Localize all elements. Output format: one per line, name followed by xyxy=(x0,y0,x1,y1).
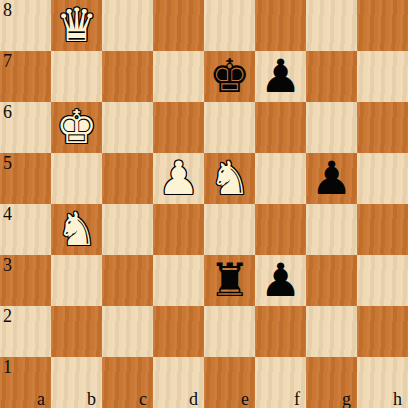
square-c4[interactable] xyxy=(102,204,153,255)
square-d8[interactable] xyxy=(153,0,204,51)
white-pawn-d5[interactable]: ♟ xyxy=(153,153,204,204)
square-b3[interactable] xyxy=(51,255,102,306)
black-king-e7[interactable]: ♚ xyxy=(204,51,255,102)
square-a5[interactable]: 5 xyxy=(0,153,51,204)
square-c2[interactable] xyxy=(102,306,153,357)
white-king-b6[interactable]: ♚ xyxy=(51,102,102,153)
rank-label-2: 2 xyxy=(3,307,12,325)
square-f2[interactable] xyxy=(255,306,306,357)
square-d2[interactable] xyxy=(153,306,204,357)
square-b6[interactable]: ♚ xyxy=(51,102,102,153)
black-pawn-g5[interactable]: ♟ xyxy=(306,153,357,204)
square-e2[interactable] xyxy=(204,306,255,357)
square-b8[interactable]: ♛ xyxy=(51,0,102,51)
square-a6[interactable]: 6 xyxy=(0,102,51,153)
square-h6[interactable] xyxy=(357,102,408,153)
square-a4[interactable]: 4 xyxy=(0,204,51,255)
square-f8[interactable] xyxy=(255,0,306,51)
square-a3[interactable]: 3 xyxy=(0,255,51,306)
file-label-f: f xyxy=(294,390,300,408)
square-g8[interactable] xyxy=(306,0,357,51)
black-pawn-f7[interactable]: ♟ xyxy=(255,51,306,102)
square-a2[interactable]: 2 xyxy=(0,306,51,357)
square-a8[interactable]: 8 xyxy=(0,0,51,51)
rank-label-8: 8 xyxy=(3,1,12,19)
square-c8[interactable] xyxy=(102,0,153,51)
square-d4[interactable] xyxy=(153,204,204,255)
white-queen-b8[interactable]: ♛ xyxy=(51,0,102,51)
square-d7[interactable] xyxy=(153,51,204,102)
rank-label-3: 3 xyxy=(3,256,12,274)
square-h8[interactable] xyxy=(357,0,408,51)
square-h7[interactable] xyxy=(357,51,408,102)
square-g5[interactable]: ♟ xyxy=(306,153,357,204)
rank-label-6: 6 xyxy=(3,103,12,121)
square-g2[interactable] xyxy=(306,306,357,357)
square-h2[interactable] xyxy=(357,306,408,357)
chess-board: 8♛7♚♟6♚5♟♞♟4♞3♜♟21abcdefgh xyxy=(0,0,408,408)
white-knight-e5[interactable]: ♞ xyxy=(204,153,255,204)
square-f6[interactable] xyxy=(255,102,306,153)
square-a7[interactable]: 7 xyxy=(0,51,51,102)
square-d6[interactable] xyxy=(153,102,204,153)
black-pawn-f3[interactable]: ♟ xyxy=(255,255,306,306)
square-e4[interactable] xyxy=(204,204,255,255)
square-g1[interactable]: g xyxy=(306,357,357,408)
square-e8[interactable] xyxy=(204,0,255,51)
square-b7[interactable] xyxy=(51,51,102,102)
black-rook-e3[interactable]: ♜ xyxy=(204,255,255,306)
square-c6[interactable] xyxy=(102,102,153,153)
square-h3[interactable] xyxy=(357,255,408,306)
file-label-e: e xyxy=(241,390,249,408)
square-c5[interactable] xyxy=(102,153,153,204)
square-f7[interactable]: ♟ xyxy=(255,51,306,102)
square-d3[interactable] xyxy=(153,255,204,306)
file-label-a: a xyxy=(37,390,45,408)
file-label-d: d xyxy=(189,390,198,408)
rank-label-5: 5 xyxy=(3,154,12,172)
square-e5[interactable]: ♞ xyxy=(204,153,255,204)
square-h1[interactable]: h xyxy=(357,357,408,408)
square-f4[interactable] xyxy=(255,204,306,255)
square-d5[interactable]: ♟ xyxy=(153,153,204,204)
square-b4[interactable]: ♞ xyxy=(51,204,102,255)
white-knight-b4[interactable]: ♞ xyxy=(51,204,102,255)
square-d1[interactable]: d xyxy=(153,357,204,408)
file-label-g: g xyxy=(342,390,351,408)
square-e3[interactable]: ♜ xyxy=(204,255,255,306)
square-b2[interactable] xyxy=(51,306,102,357)
rank-label-7: 7 xyxy=(3,52,12,70)
square-e6[interactable] xyxy=(204,102,255,153)
rank-label-4: 4 xyxy=(3,205,12,223)
square-b1[interactable]: b xyxy=(51,357,102,408)
square-g7[interactable] xyxy=(306,51,357,102)
file-label-h: h xyxy=(393,390,402,408)
square-a1[interactable]: 1a xyxy=(0,357,51,408)
square-c3[interactable] xyxy=(102,255,153,306)
file-label-c: c xyxy=(139,390,147,408)
square-f3[interactable]: ♟ xyxy=(255,255,306,306)
square-f1[interactable]: f xyxy=(255,357,306,408)
square-e7[interactable]: ♚ xyxy=(204,51,255,102)
square-g3[interactable] xyxy=(306,255,357,306)
square-g4[interactable] xyxy=(306,204,357,255)
square-b5[interactable] xyxy=(51,153,102,204)
rank-label-1: 1 xyxy=(3,358,12,376)
square-h5[interactable] xyxy=(357,153,408,204)
square-g6[interactable] xyxy=(306,102,357,153)
square-c1[interactable]: c xyxy=(102,357,153,408)
square-f5[interactable] xyxy=(255,153,306,204)
square-e1[interactable]: e xyxy=(204,357,255,408)
file-label-b: b xyxy=(87,390,96,408)
square-c7[interactable] xyxy=(102,51,153,102)
square-h4[interactable] xyxy=(357,204,408,255)
